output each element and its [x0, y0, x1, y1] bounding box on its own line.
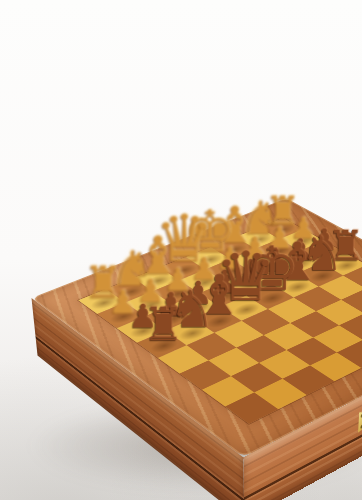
brass-clasp-icon	[358, 394, 362, 436]
photo-background: ♜♞♝♛♚♝♞♜♟♟♟♟♟♟♟♟♟♟♟♟♟♟♟♟♜♞♝♛♚♝♞♜	[0, 0, 362, 500]
square	[242, 309, 291, 335]
chess-box: ♜♞♝♛♚♝♞♜♟♟♟♟♟♟♟♟♟♟♟♟♟♟♟♟♜♞♝♛♚♝♞♜	[32, 198, 362, 457]
board-top: ♜♞♝♛♚♝♞♜♟♟♟♟♟♟♟♟♟♟♟♟♟♟♟♟♜♞♝♛♚♝♞♜	[32, 198, 362, 457]
scene: ♜♞♝♛♚♝♞♜♟♟♟♟♟♟♟♟♟♟♟♟♟♟♟♟♜♞♝♛♚♝♞♜	[0, 0, 362, 500]
piece-dark-rook: ♜	[143, 302, 184, 348]
square	[225, 392, 278, 423]
